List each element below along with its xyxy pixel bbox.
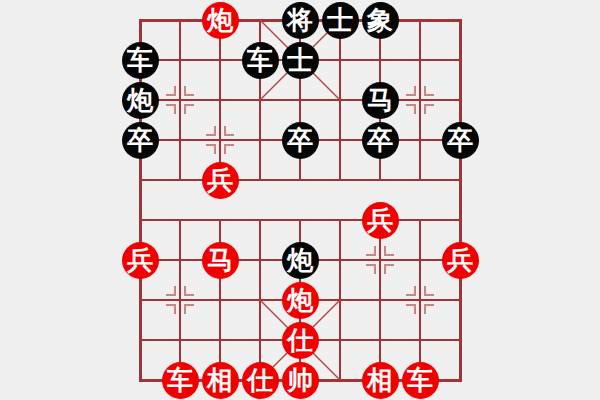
piece-red-soldier[interactable]: 兵	[362, 202, 399, 239]
piece-black-general[interactable]: 将	[282, 2, 319, 39]
piece-black-advisor[interactable]: 士	[322, 2, 359, 39]
star-point-marker	[406, 86, 434, 114]
star-point-bracket	[424, 104, 434, 114]
star-point-bracket	[366, 264, 376, 274]
star-point-bracket	[384, 264, 394, 274]
star-point-bracket	[424, 286, 434, 296]
piece-red-advisor[interactable]: 仕	[282, 322, 319, 359]
piece-red-cannon[interactable]: 炮	[202, 2, 239, 39]
piece-red-chariot[interactable]: 车	[162, 362, 199, 399]
piece-red-general[interactable]: 帅	[282, 362, 319, 399]
piece-black-cannon[interactable]: 炮	[122, 82, 159, 119]
piece-black-soldier[interactable]: 卒	[442, 122, 479, 159]
star-point-marker	[206, 126, 234, 154]
star-point-bracket	[184, 104, 194, 114]
star-point-bracket	[406, 286, 416, 296]
star-point-bracket	[224, 144, 234, 154]
star-point-bracket	[406, 86, 416, 96]
piece-black-soldier[interactable]: 卒	[362, 122, 399, 159]
piece-black-cannon[interactable]: 炮	[282, 242, 319, 279]
piece-red-soldier[interactable]: 兵	[442, 242, 479, 279]
piece-black-soldier[interactable]: 卒	[282, 122, 319, 159]
xiangqi-board: 炮将士象车车士炮马卒卒卒卒兵兵兵马炮兵炮仕车相仕帅相车	[0, 0, 600, 400]
star-point-bracket	[166, 286, 176, 296]
star-point-bracket	[424, 86, 434, 96]
piece-red-horse[interactable]: 马	[202, 242, 239, 279]
star-point-bracket	[406, 104, 416, 114]
piece-black-chariot[interactable]: 车	[242, 42, 279, 79]
star-point-bracket	[184, 86, 194, 96]
piece-red-elephant[interactable]: 相	[202, 362, 239, 399]
piece-black-horse[interactable]: 马	[362, 82, 399, 119]
piece-red-cannon[interactable]: 炮	[282, 282, 319, 319]
star-point-bracket	[206, 144, 216, 154]
piece-black-elephant[interactable]: 象	[362, 2, 399, 39]
star-point-bracket	[166, 104, 176, 114]
piece-red-advisor[interactable]: 仕	[242, 362, 279, 399]
star-point-bracket	[166, 86, 176, 96]
star-point-bracket	[206, 126, 216, 136]
star-point-bracket	[166, 304, 176, 314]
star-point-bracket	[384, 246, 394, 256]
piece-black-chariot[interactable]: 车	[122, 42, 159, 79]
piece-red-soldier[interactable]: 兵	[202, 162, 239, 199]
star-point-bracket	[424, 304, 434, 314]
piece-black-soldier[interactable]: 卒	[122, 122, 159, 159]
star-point-bracket	[184, 304, 194, 314]
star-point-marker	[366, 246, 394, 274]
piece-red-chariot[interactable]: 车	[402, 362, 439, 399]
star-point-marker	[166, 86, 194, 114]
star-point-marker	[406, 286, 434, 314]
piece-black-advisor[interactable]: 士	[282, 42, 319, 79]
star-point-bracket	[224, 126, 234, 136]
piece-red-elephant[interactable]: 相	[362, 362, 399, 399]
piece-red-soldier[interactable]: 兵	[122, 242, 159, 279]
star-point-marker	[166, 286, 194, 314]
star-point-bracket	[366, 246, 376, 256]
star-point-bracket	[406, 304, 416, 314]
star-point-bracket	[184, 286, 194, 296]
